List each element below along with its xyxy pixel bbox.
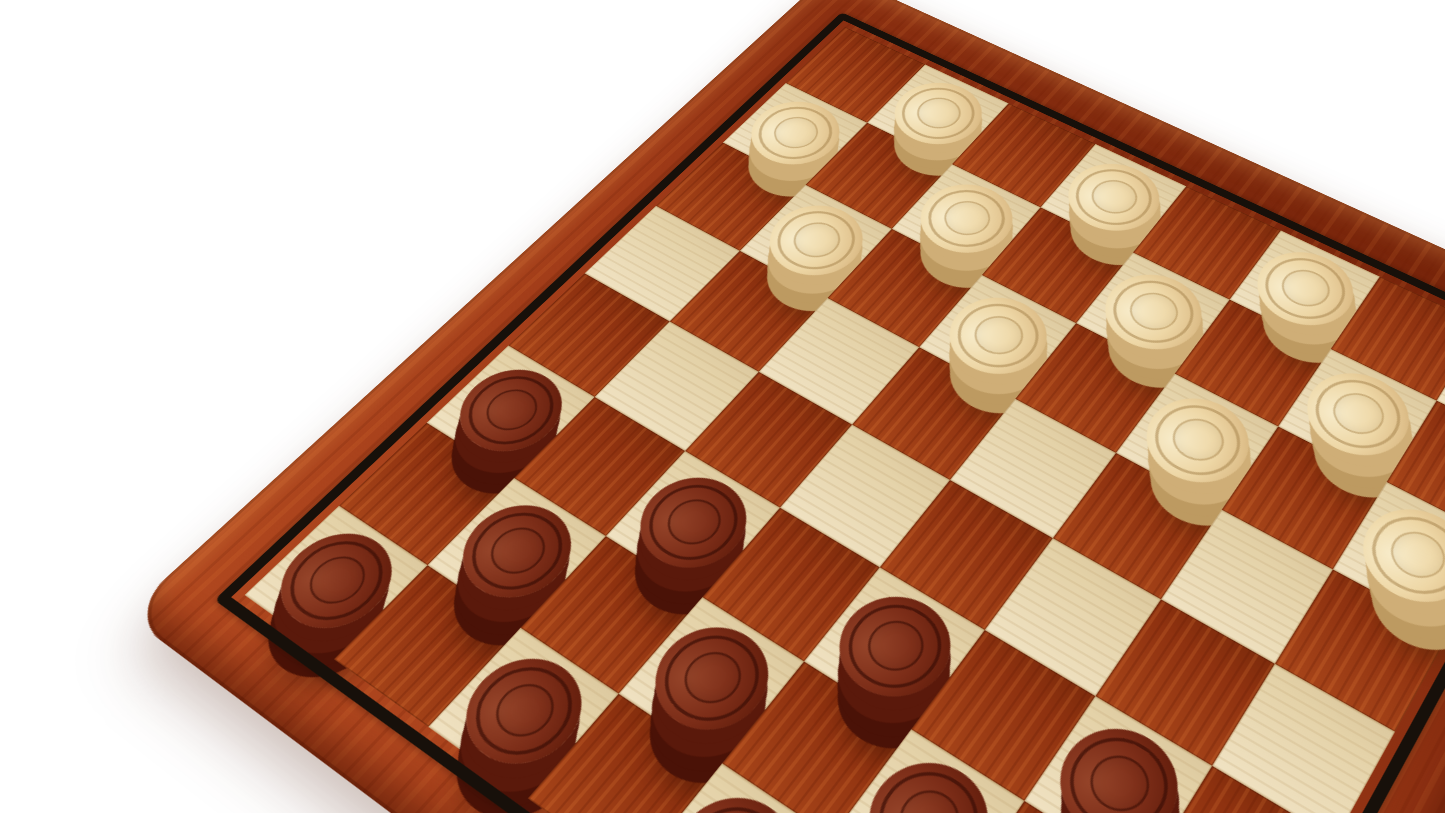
- checkers-board: ⛂⛂⛀⛂⛀⛀⛂⛂⛀⛂⛀⛀⛂⛂⛀⛂⛀⛀⛂⛂⛀⛂⛀⛀: [126, 0, 1445, 813]
- photo-canvas: ⛂⛂⛀⛂⛀⛀⛂⛂⛀⛂⛀⛀⛂⛂⛀⛂⛀⛀⛂⛂⛀⛂⛀⛀: [0, 0, 1445, 813]
- playing-area: ⛂⛂⛀⛂⛀⛀⛂⛂⛀⛂⛀⛀⛂⛂⛀⛂⛀⛀⛂⛂⛀⛂⛀⛀: [245, 27, 1445, 813]
